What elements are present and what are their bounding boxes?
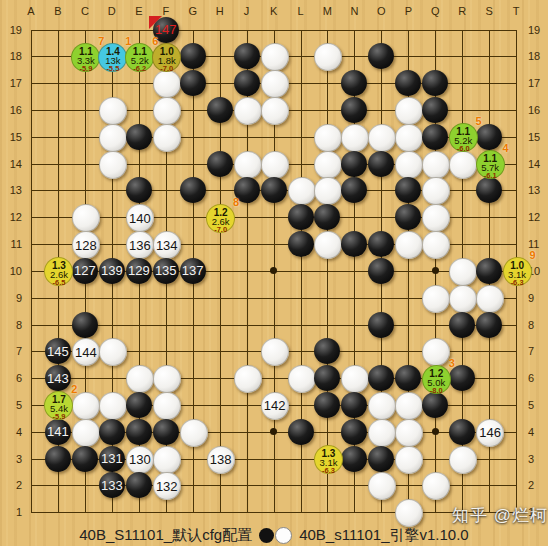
watermark: 知乎 @烂柯 bbox=[452, 504, 548, 527]
candidate-rank-badge: 9 bbox=[529, 249, 535, 261]
candidate-move-B5[interactable]: 1.75.4k-5.92 bbox=[44, 391, 73, 420]
coordinate-column-label: Q bbox=[431, 6, 440, 17]
stone-Q14[interactable] bbox=[422, 151, 450, 179]
stone-N11[interactable] bbox=[341, 231, 367, 257]
coordinate-row-label-left: 18 bbox=[10, 51, 22, 62]
coordinate-row-label-right: 9 bbox=[528, 292, 534, 303]
stone-E11[interactable]: 136 bbox=[126, 231, 154, 259]
stone-N5[interactable] bbox=[341, 392, 367, 418]
coordinate-row-label-left: 5 bbox=[16, 399, 22, 410]
stone-P6[interactable] bbox=[395, 365, 421, 391]
stone-Q13[interactable] bbox=[422, 177, 450, 205]
config-label: 40B_S11101_默认cfg配置 bbox=[79, 526, 252, 545]
stone-J18[interactable] bbox=[234, 43, 260, 69]
grid-line bbox=[31, 512, 517, 513]
stone-P14[interactable] bbox=[395, 151, 423, 179]
stone-B7[interactable]: 145 bbox=[45, 338, 71, 364]
stone-E10[interactable]: 129 bbox=[126, 258, 152, 284]
stone-M12[interactable] bbox=[314, 204, 340, 230]
candidate-move-M3[interactable]: 1.33.1k-6.3 bbox=[314, 445, 343, 474]
candidate-move-T10[interactable]: 1.03.1k-6.39 bbox=[503, 257, 532, 286]
coordinate-column-label: F bbox=[162, 6, 169, 17]
stone-S13[interactable] bbox=[476, 177, 502, 203]
stone-O6[interactable] bbox=[368, 365, 394, 391]
stone-P17[interactable] bbox=[395, 70, 421, 96]
star-point bbox=[432, 267, 439, 274]
stone-P15[interactable] bbox=[395, 124, 423, 152]
coordinate-column-label: C bbox=[81, 6, 89, 17]
coordinate-row-label-left: 17 bbox=[10, 78, 22, 89]
coordinate-column-label: N bbox=[350, 6, 358, 17]
coordinate-row-label-left: 13 bbox=[10, 185, 22, 196]
coordinate-row-label-left: 14 bbox=[10, 158, 22, 169]
coordinate-row-label-left: 10 bbox=[10, 265, 22, 276]
stone-E3[interactable]: 130 bbox=[126, 446, 154, 474]
stone-L11[interactable] bbox=[288, 231, 314, 257]
coordinate-row-label-left: 11 bbox=[11, 239, 22, 250]
stone-D7[interactable] bbox=[99, 338, 127, 366]
stone-N16[interactable] bbox=[341, 97, 367, 123]
stone-P3[interactable] bbox=[395, 446, 423, 474]
stone-D14[interactable] bbox=[99, 151, 127, 179]
coordinate-row-label-right: 12 bbox=[528, 212, 540, 223]
stone-J14[interactable] bbox=[234, 151, 262, 179]
candidate-rank-badge: 2 bbox=[71, 383, 77, 395]
stone-L12[interactable] bbox=[288, 204, 314, 230]
candidate-move-F18[interactable]: 1.01.8k-7.0 bbox=[152, 43, 181, 72]
stone-C11[interactable]: 128 bbox=[72, 231, 100, 259]
candidate-move-D18[interactable]: 1.413k-5.51 bbox=[98, 43, 127, 72]
coordinate-row-label-right: 2 bbox=[528, 480, 534, 491]
stone-J17[interactable] bbox=[234, 70, 260, 96]
stone-H16[interactable] bbox=[207, 97, 233, 123]
stone-E5[interactable] bbox=[126, 392, 152, 418]
coordinate-row-label-left: 15 bbox=[10, 131, 22, 142]
coordinate-column-label: K bbox=[270, 6, 277, 17]
stone-D5[interactable] bbox=[99, 392, 127, 420]
coordinate-row-label-left: 6 bbox=[16, 373, 22, 384]
stone-P5[interactable] bbox=[395, 392, 423, 420]
stone-O18[interactable] bbox=[368, 43, 394, 69]
stone-B4[interactable]: 141 bbox=[45, 419, 71, 445]
candidate-move-E18[interactable]: 1.15.2k-6.26 bbox=[125, 43, 154, 72]
stone-F3[interactable] bbox=[153, 446, 181, 474]
coordinate-column-label: R bbox=[458, 6, 466, 17]
stone-R14[interactable] bbox=[449, 151, 477, 179]
stone-M13[interactable] bbox=[314, 177, 342, 205]
coordinate-row-label-right: 6 bbox=[528, 373, 534, 384]
stone-K5[interactable]: 142 bbox=[261, 392, 289, 420]
stone-O3[interactable] bbox=[368, 446, 394, 472]
coordinate-column-label: S bbox=[485, 6, 492, 17]
stone-C8[interactable] bbox=[72, 312, 98, 338]
coordinate-column-label: L bbox=[297, 6, 303, 17]
stone-P12[interactable] bbox=[395, 204, 421, 230]
engine-label: 40B_s11101_引擎v1.10.0 bbox=[299, 526, 469, 545]
stone-S4[interactable]: 146 bbox=[476, 419, 504, 447]
stone-N3[interactable] bbox=[341, 446, 367, 472]
stone-O8[interactable] bbox=[368, 312, 394, 338]
coordinate-row-label-right: 5 bbox=[528, 399, 534, 410]
stone-M18[interactable] bbox=[314, 43, 342, 71]
stone-Q12[interactable] bbox=[422, 204, 450, 232]
stone-N13[interactable] bbox=[341, 177, 367, 203]
stone-O14[interactable] bbox=[368, 151, 394, 177]
go-board[interactable]: ABCDEFGHJKLMNOPQRST191918181717161615151… bbox=[0, 0, 548, 546]
stone-S9[interactable] bbox=[476, 285, 504, 313]
stone-G18[interactable] bbox=[180, 43, 206, 69]
stone-F15[interactable] bbox=[153, 124, 181, 152]
stone-E2[interactable] bbox=[126, 472, 152, 498]
stone-G4[interactable] bbox=[180, 419, 208, 447]
candidate-move-Q6[interactable]: 1.25.0k-8.03 bbox=[422, 365, 451, 394]
coordinate-row-label-right: 18 bbox=[528, 51, 540, 62]
stone-J16[interactable] bbox=[234, 97, 262, 125]
stone-M5[interactable] bbox=[314, 392, 340, 418]
stone-H14[interactable] bbox=[207, 151, 233, 177]
stone-G10[interactable]: 137 bbox=[180, 258, 206, 284]
stone-Q17[interactable] bbox=[422, 70, 448, 96]
candidate-move-H12[interactable]: 1.22.6k-7.08 bbox=[206, 204, 235, 233]
coordinate-row-label-left: 16 bbox=[10, 104, 22, 115]
candidate-move-R15[interactable]: 1.15.2k-6.05 bbox=[449, 123, 478, 152]
stone-R8[interactable] bbox=[449, 312, 475, 338]
stone-N4[interactable] bbox=[341, 419, 367, 445]
stone-C10[interactable]: 127 bbox=[72, 258, 98, 284]
stone-M6[interactable] bbox=[314, 365, 340, 391]
stone-C7[interactable]: 144 bbox=[72, 338, 100, 366]
grid-line bbox=[327, 30, 328, 514]
star-point bbox=[270, 428, 277, 435]
last-move-flag-icon bbox=[149, 16, 162, 29]
stone-Q2[interactable] bbox=[422, 472, 450, 500]
coordinate-column-label: H bbox=[216, 6, 224, 17]
stone-C3[interactable] bbox=[72, 446, 98, 472]
coordinate-row-label-left: 3 bbox=[16, 453, 22, 464]
coordinate-row-label-right: 8 bbox=[528, 319, 534, 330]
stone-D16[interactable] bbox=[99, 97, 127, 125]
stone-J6[interactable] bbox=[234, 365, 262, 393]
stone-K17[interactable] bbox=[261, 70, 289, 98]
stone-E4[interactable] bbox=[126, 419, 152, 445]
coordinate-column-label: G bbox=[188, 6, 197, 17]
coordinate-row-label-left: 1 bbox=[16, 507, 22, 518]
candidate-move-S14[interactable]: 1.15.7k-6.14 bbox=[476, 150, 505, 179]
coordinate-column-label: P bbox=[405, 6, 412, 17]
stone-L4[interactable] bbox=[288, 419, 314, 445]
stone-R6[interactable] bbox=[449, 365, 475, 391]
stone-F10[interactable]: 135 bbox=[153, 258, 179, 284]
candidate-move-C18[interactable]: 1.13.3k-5.97 bbox=[71, 43, 100, 72]
stone-D10[interactable]: 139 bbox=[99, 258, 125, 284]
coordinate-row-label-left: 4 bbox=[16, 426, 22, 437]
candidate-move-B10[interactable]: 1.32.6k-6.5 bbox=[44, 257, 73, 286]
status-bar: 40B_S11101_默认cfg配置 40B_s11101_引擎v1.10.0 bbox=[0, 524, 548, 546]
stone-D2[interactable]: 133 bbox=[99, 472, 125, 498]
candidate-rank-badge: 5 bbox=[476, 115, 482, 127]
stone-S15[interactable] bbox=[476, 124, 502, 150]
stone-N6[interactable] bbox=[341, 365, 369, 393]
stone-G17[interactable] bbox=[180, 70, 206, 96]
stone-F6[interactable] bbox=[153, 365, 181, 393]
stone-E6[interactable] bbox=[126, 365, 154, 393]
black-stone-icon bbox=[259, 528, 274, 543]
coordinate-row-label-right: 19 bbox=[528, 24, 540, 35]
coordinate-row-label-left: 2 bbox=[16, 480, 22, 491]
coordinate-row-label-left: 12 bbox=[10, 212, 22, 223]
stone-Q15[interactable] bbox=[422, 124, 448, 150]
stone-P4[interactable] bbox=[395, 419, 423, 447]
stone-D15[interactable] bbox=[99, 124, 127, 152]
candidate-rank-badge: 8 bbox=[233, 196, 239, 208]
stone-R3[interactable] bbox=[449, 446, 477, 474]
stone-D4[interactable] bbox=[99, 419, 125, 445]
stone-M14[interactable] bbox=[314, 151, 342, 179]
stone-F4[interactable] bbox=[153, 419, 179, 445]
stone-R10[interactable] bbox=[449, 258, 477, 286]
stone-M15[interactable] bbox=[314, 124, 342, 152]
stone-P11[interactable] bbox=[395, 231, 423, 259]
coordinate-row-label-left: 7 bbox=[16, 346, 22, 357]
stone-R9[interactable] bbox=[449, 285, 477, 313]
stone-O5[interactable] bbox=[368, 392, 396, 420]
coordinate-row-label-right: 11 bbox=[528, 239, 539, 250]
stone-F5[interactable] bbox=[153, 392, 181, 420]
stone-E15[interactable] bbox=[126, 124, 152, 150]
coordinate-row-label-right: 7 bbox=[528, 346, 534, 357]
stone-M7[interactable] bbox=[314, 338, 340, 364]
stone-N17[interactable] bbox=[341, 70, 367, 96]
stone-N15[interactable] bbox=[341, 124, 369, 152]
coordinate-column-label: D bbox=[108, 6, 116, 17]
stone-Q9[interactable] bbox=[422, 285, 450, 313]
stone-O10[interactable] bbox=[368, 258, 394, 284]
coordinate-row-label-right: 13 bbox=[528, 185, 540, 196]
grid-line bbox=[31, 325, 517, 326]
coordinate-row-label-left: 9 bbox=[16, 292, 22, 303]
coordinate-row-label-right: 3 bbox=[528, 453, 534, 464]
coordinate-column-label: E bbox=[135, 6, 142, 17]
stone-Q11[interactable] bbox=[422, 231, 450, 259]
coordinate-column-label: B bbox=[54, 6, 61, 17]
white-stone-icon bbox=[275, 527, 292, 544]
stone-E12[interactable]: 140 bbox=[126, 204, 154, 232]
stone-C4[interactable] bbox=[72, 419, 100, 447]
star-point bbox=[432, 428, 439, 435]
coordinate-row-label-left: 19 bbox=[10, 24, 22, 35]
candidate-rank-badge: 3 bbox=[449, 357, 455, 369]
stone-O2[interactable] bbox=[368, 472, 396, 500]
stone-E13[interactable] bbox=[126, 177, 152, 203]
stone-K16[interactable] bbox=[261, 97, 289, 125]
coordinate-column-label: A bbox=[27, 6, 34, 17]
stone-L6[interactable] bbox=[288, 365, 316, 393]
coordinate-column-label: M bbox=[323, 6, 332, 17]
stone-M11[interactable] bbox=[314, 231, 342, 259]
stone-Q16[interactable] bbox=[422, 97, 448, 123]
stone-K18[interactable] bbox=[261, 43, 289, 71]
stone-S8[interactable] bbox=[476, 312, 502, 338]
stone-H3[interactable]: 138 bbox=[207, 446, 235, 474]
stone-B6[interactable]: 143 bbox=[45, 365, 71, 391]
stone-C5[interactable] bbox=[72, 392, 100, 420]
coordinate-row-label-left: 8 bbox=[16, 319, 22, 330]
stone-F17[interactable] bbox=[153, 70, 181, 98]
stone-B3[interactable] bbox=[45, 446, 71, 472]
coordinate-row-label-right: 4 bbox=[528, 426, 534, 437]
stone-G13[interactable] bbox=[180, 177, 206, 203]
coordinate-row-label-right: 16 bbox=[528, 104, 540, 115]
stone-S10[interactable] bbox=[476, 258, 502, 284]
stone-K14[interactable] bbox=[261, 151, 289, 179]
coordinate-column-label: J bbox=[244, 6, 250, 17]
stone-F16[interactable] bbox=[153, 97, 181, 125]
stone-N14[interactable] bbox=[341, 151, 367, 177]
star-point bbox=[270, 267, 277, 274]
stone-Q7[interactable] bbox=[422, 338, 450, 366]
candidate-rank-badge: 4 bbox=[503, 142, 509, 154]
stone-P13[interactable] bbox=[395, 177, 421, 203]
stone-F11[interactable]: 134 bbox=[153, 231, 181, 259]
stone-K7[interactable] bbox=[261, 338, 289, 366]
stone-R4[interactable] bbox=[449, 419, 475, 445]
coordinate-row-label-right: 15 bbox=[528, 131, 540, 142]
stone-O15[interactable] bbox=[368, 124, 396, 152]
coordinate-row-label-right: 17 bbox=[528, 78, 540, 89]
stone-P16[interactable] bbox=[395, 97, 423, 125]
stone-C12[interactable] bbox=[72, 204, 100, 232]
coordinate-column-label: T bbox=[513, 6, 520, 17]
coordinate-column-label: O bbox=[377, 6, 386, 17]
stone-O11[interactable] bbox=[368, 231, 394, 257]
stone-F2[interactable]: 132 bbox=[153, 472, 181, 500]
stone-Q5[interactable] bbox=[422, 392, 448, 418]
stone-L13[interactable] bbox=[288, 177, 316, 205]
stone-O4[interactable] bbox=[368, 419, 396, 447]
coordinate-row-label-right: 14 bbox=[528, 158, 540, 169]
stone-D3[interactable]: 131 bbox=[99, 446, 125, 472]
stone-K13[interactable] bbox=[261, 177, 287, 203]
